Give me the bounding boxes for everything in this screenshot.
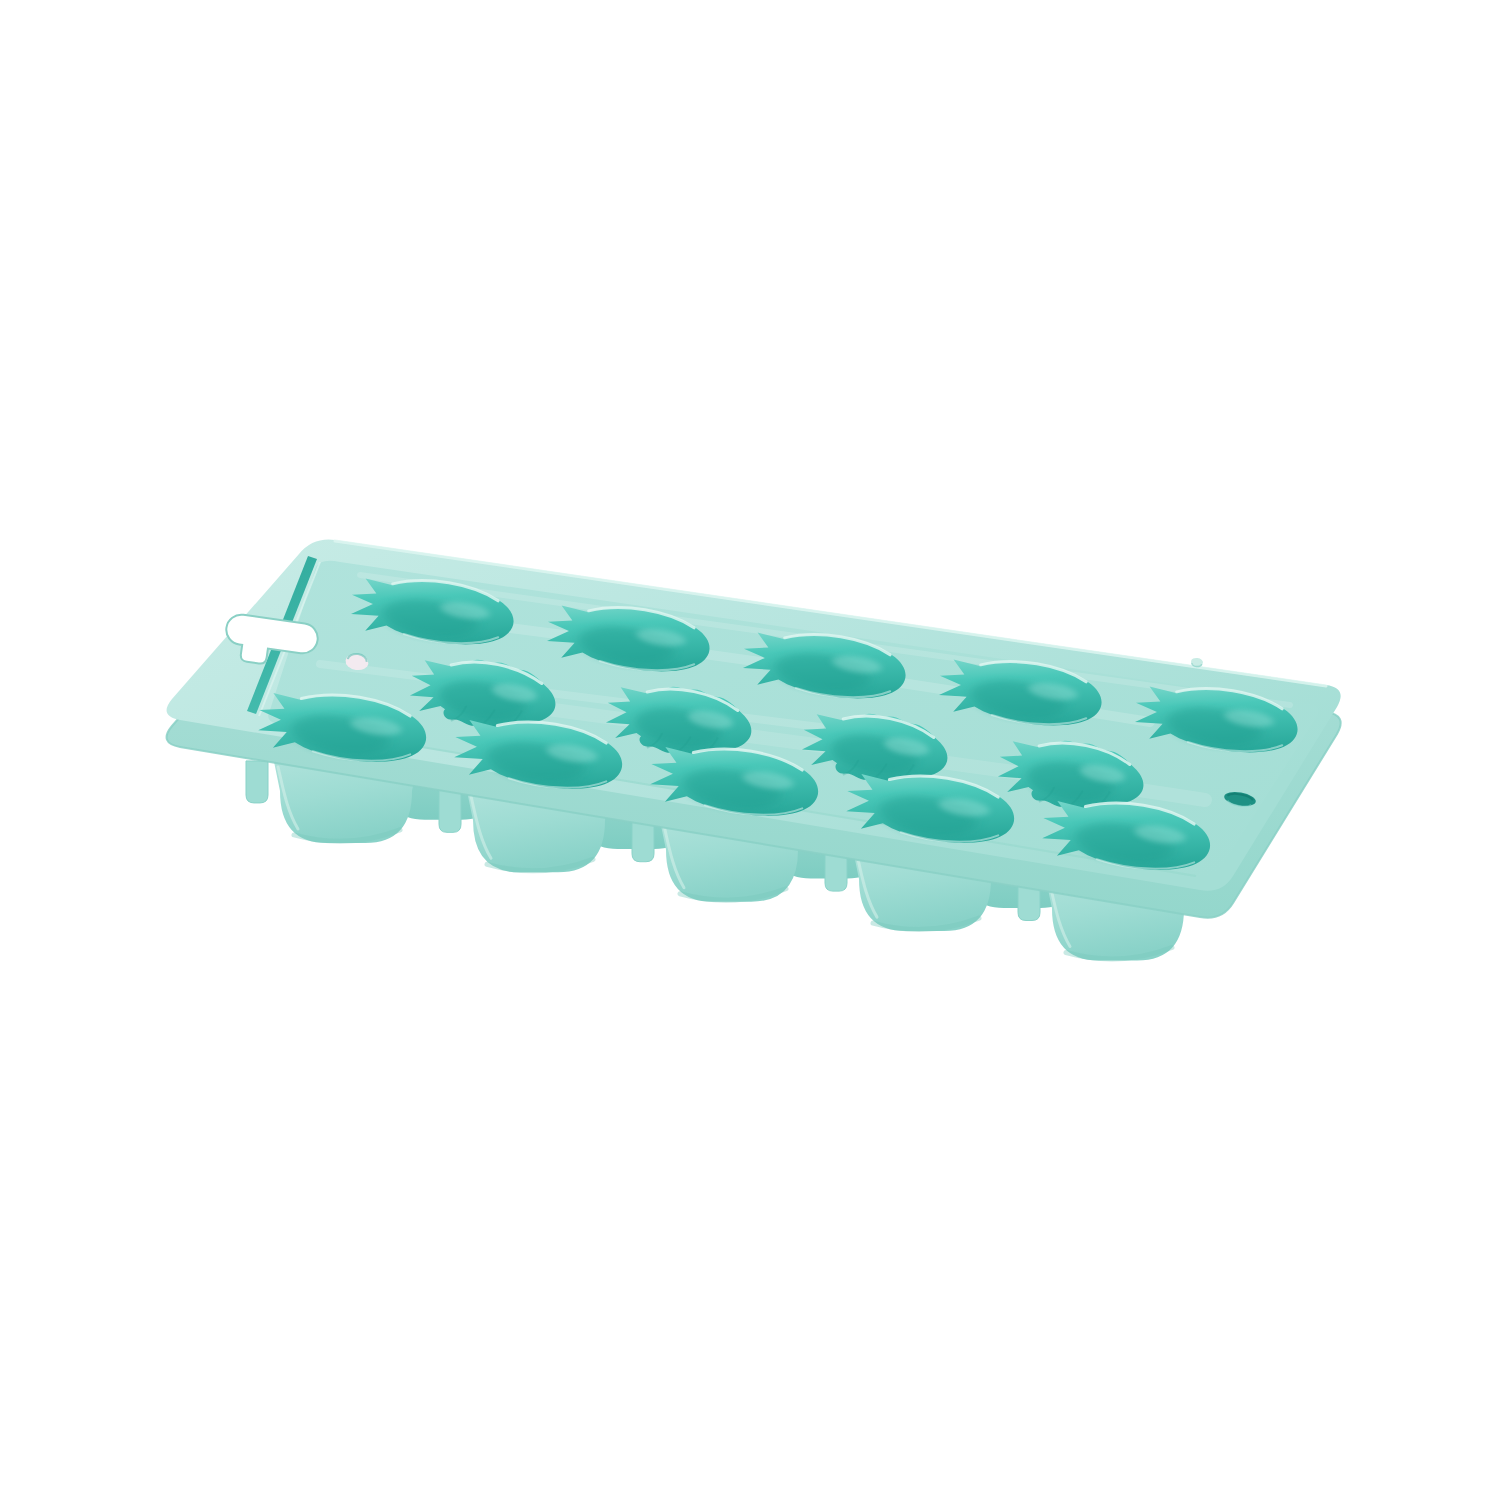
ice-cube-tray-photo (0, 0, 1500, 1500)
product-photo (0, 0, 1500, 1500)
